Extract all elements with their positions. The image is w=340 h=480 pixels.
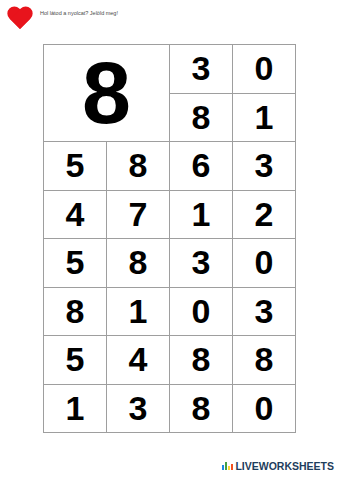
digit-cell-r6c3[interactable]: 0 (170, 288, 233, 337)
digit-cell-r6c2[interactable]: 1 (107, 288, 170, 337)
digit-cell-r7c1[interactable]: 5 (44, 336, 107, 385)
digit-cell-r6c1[interactable]: 8 (44, 288, 107, 337)
logo-bar (228, 466, 230, 470)
digit-cell-r1c3[interactable]: 3 (170, 45, 233, 94)
digit-cell-r4c3[interactable]: 1 (170, 191, 233, 240)
digit-cell-r7c2[interactable]: 4 (107, 336, 170, 385)
logo-bar (222, 465, 224, 470)
digit-cell-r8c4[interactable]: 0 (233, 385, 296, 434)
logo-bar (225, 462, 227, 470)
digit-cell-r2c3[interactable]: 8 (170, 94, 233, 143)
digit-cell-r5c4[interactable]: 0 (233, 239, 296, 288)
digit-cell-r4c1[interactable]: 4 (44, 191, 107, 240)
digit-cell-r8c2[interactable]: 3 (107, 385, 170, 434)
liveworksheets-brand-text: LIVEWORKSHEETS (235, 460, 334, 472)
digit-cell-r5c3[interactable]: 3 (170, 239, 233, 288)
logo-bar (231, 464, 233, 470)
liveworksheets-logo-icon (222, 462, 233, 470)
liveworksheets-logo[interactable]: LIVEWORKSHEETS (222, 460, 334, 472)
digit-cell-r5c1[interactable]: 5 (44, 239, 107, 288)
instruction-text: Hol látod a nyolcat? Jelöld meg! (40, 10, 118, 17)
digit-cell-r4c4[interactable]: 2 (233, 191, 296, 240)
digit-cell-r7c4[interactable]: 8 (233, 336, 296, 385)
digit-cell-r8c1[interactable]: 1 (44, 385, 107, 434)
worksheet-grid: 83081586347125830810354881380 (43, 44, 296, 433)
digit-cell-r3c2[interactable]: 8 (107, 142, 170, 191)
digit-cell-r3c1[interactable]: 5 (44, 142, 107, 191)
digit-cell-r8c3[interactable]: 8 (170, 385, 233, 434)
digit-cell-r1c4[interactable]: 0 (233, 45, 296, 94)
digit-cell-r6c4[interactable]: 3 (233, 288, 296, 337)
sample-target-cell: 8 (44, 45, 170, 142)
digit-cell-r5c2[interactable]: 8 (107, 239, 170, 288)
heart-icon (6, 7, 34, 32)
digit-cell-r2c4[interactable]: 1 (233, 94, 296, 143)
digit-cell-r4c2[interactable]: 7 (107, 191, 170, 240)
digit-cell-r7c3[interactable]: 8 (170, 336, 233, 385)
digit-cell-r3c3[interactable]: 6 (170, 142, 233, 191)
digit-cell-r3c4[interactable]: 3 (233, 142, 296, 191)
